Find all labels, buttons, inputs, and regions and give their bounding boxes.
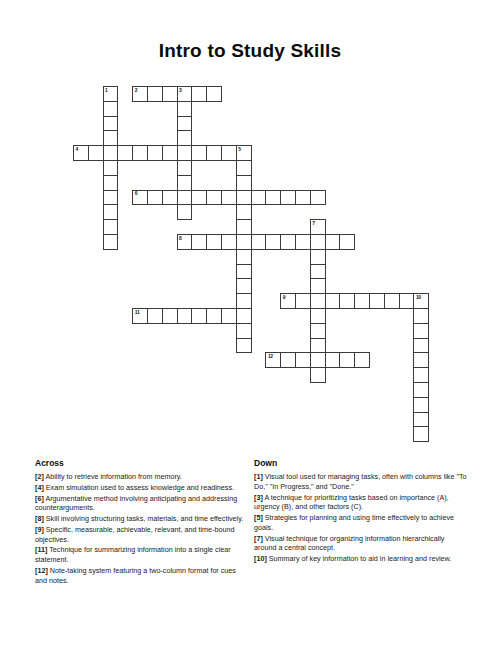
clue-text: Skill involving structuring tasks, mater… — [44, 514, 243, 523]
grid-cell-r14c23[interactable]: 10 — [413, 293, 429, 309]
clue-text: Exam simulation used to assess knowledge… — [44, 483, 234, 492]
grid-cell-r5c2[interactable] — [103, 160, 119, 176]
grid-cell-r0c2[interactable]: 1 — [103, 86, 119, 102]
grid-cell-r14c14[interactable]: 9 — [280, 293, 296, 309]
grid-cell-r4c5[interactable] — [147, 145, 163, 161]
grid-cell-r0c7[interactable]: 3 — [177, 86, 193, 102]
clue-number: [4] — [35, 483, 44, 492]
clue-number: [5] — [254, 513, 263, 522]
down-header: Down — [254, 458, 467, 468]
clue-item-down-5: [5] Strategies for planning and using ti… — [254, 513, 467, 533]
cell-number-5: 5 — [238, 147, 240, 152]
clue-item-down-1: [1] Visual tool used for managing tasks,… — [254, 472, 467, 492]
grid-cell-r9c2[interactable] — [103, 219, 119, 235]
clue-text: Note-taking system featuring a two-colum… — [35, 566, 236, 585]
puzzle-title: Intro to Study Skills — [0, 40, 500, 62]
grid-cell-r7c7[interactable] — [177, 190, 193, 206]
grid-cell-r5c11[interactable] — [236, 160, 252, 176]
clue-number: [11] — [35, 545, 47, 554]
grid-cell-r8c2[interactable] — [103, 204, 119, 220]
grid-cell-r16c11[interactable] — [236, 323, 252, 339]
cell-number-1: 1 — [105, 88, 107, 93]
grid-cell-r18c23[interactable] — [413, 352, 429, 368]
clue-item-down-3: [3] A technique for prioritizing tasks b… — [254, 493, 467, 513]
grid-cell-r11c11[interactable] — [236, 249, 252, 265]
grid-cell-r15c11[interactable] — [236, 308, 252, 324]
grid-cell-r7c10[interactable] — [221, 190, 237, 206]
clue-item-across-8: [8] Skill involving structuring tasks, m… — [35, 514, 248, 524]
grid-cell-r17c23[interactable] — [413, 338, 429, 354]
clue-item-across-9: [9] Specific, measurable, achievable, re… — [35, 525, 248, 545]
clue-number: [2] — [35, 472, 44, 481]
grid-cell-r4c10[interactable] — [221, 145, 237, 161]
grid-cell-r2c2[interactable] — [103, 116, 119, 132]
grid-cell-r10c7[interactable]: 8 — [177, 234, 193, 250]
grid-cell-r14c19[interactable] — [354, 293, 370, 309]
grid-cell-r4c1[interactable] — [88, 145, 104, 161]
grid-cell-r18c15[interactable] — [295, 352, 311, 368]
clue-number: [1] — [254, 472, 263, 481]
grid-cell-r0c8[interactable] — [191, 86, 207, 102]
clue-item-across-6: [6] Argumentative method involving antic… — [35, 494, 248, 514]
grid-cell-r11c16[interactable] — [310, 249, 326, 265]
clue-number: [10] — [254, 554, 267, 563]
grid-cell-r10c17[interactable] — [325, 234, 341, 250]
grid-cell-r14c15[interactable] — [295, 293, 311, 309]
grid-cell-r4c9[interactable] — [206, 145, 222, 161]
clue-number: [9] — [35, 525, 44, 534]
grid-cell-r10c11[interactable] — [236, 234, 252, 250]
grid-cell-r9c16[interactable]: 7 — [310, 219, 326, 235]
grid-cell-r7c13[interactable] — [265, 190, 281, 206]
grid-cell-r15c7[interactable] — [177, 308, 193, 324]
grid-cell-r10c10[interactable] — [221, 234, 237, 250]
clue-text: Argumentative method involving anticipat… — [35, 494, 237, 513]
clue-text: Visual technique for organizing informat… — [254, 534, 444, 553]
grid-cell-r14c11[interactable] — [236, 293, 252, 309]
grid-cell-r0c6[interactable] — [162, 86, 178, 102]
grid-cell-r9c11[interactable] — [236, 219, 252, 235]
cell-number-7: 7 — [312, 221, 314, 226]
grid-cell-r10c9[interactable] — [206, 234, 222, 250]
clue-item-across-2: [2] Ability to retrieve information from… — [35, 472, 248, 482]
grid-cell-r10c8[interactable] — [191, 234, 207, 250]
grid-cell-r0c5[interactable] — [147, 86, 163, 102]
across-header: Across — [35, 458, 248, 468]
grid-cell-r4c0[interactable]: 4 — [73, 145, 89, 161]
clue-item-down-10: [10] Summary of key information to aid i… — [254, 554, 467, 564]
grid-cell-r16c23[interactable] — [413, 323, 429, 339]
clue-text: Technique for summarizing information in… — [35, 545, 231, 564]
grid-cell-r13c11[interactable] — [236, 278, 252, 294]
grid-cell-r18c19[interactable] — [354, 352, 370, 368]
grid-cell-r8c7[interactable] — [177, 204, 193, 220]
grid-cell-r15c6[interactable] — [162, 308, 178, 324]
grid-cell-r14c17[interactable] — [325, 293, 341, 309]
cell-number-9: 9 — [283, 295, 285, 300]
clue-text: Visual tool used for managing tasks, oft… — [254, 472, 467, 491]
grid-cell-r6c7[interactable] — [177, 175, 193, 191]
clue-item-across-11: [11] Technique for summarizing informati… — [35, 545, 248, 565]
grid-cell-r18c17[interactable] — [325, 352, 341, 368]
grid-cell-r7c15[interactable] — [295, 190, 311, 206]
cell-number-3: 3 — [179, 88, 181, 93]
grid-cell-r7c8[interactable] — [191, 190, 207, 206]
grid-cell-r10c15[interactable] — [295, 234, 311, 250]
cell-number-8: 8 — [179, 236, 181, 241]
cell-number-12: 12 — [268, 354, 273, 359]
grid-cell-r7c2[interactable] — [103, 190, 119, 206]
clue-text: Specific, measurable, achievable, releva… — [35, 525, 234, 544]
clue-item-down-7: [7] Visual technique for organizing info… — [254, 534, 467, 554]
grid-cell-r7c6[interactable] — [162, 190, 178, 206]
cell-number-10: 10 — [416, 295, 421, 300]
grid-cell-r10c16[interactable] — [310, 234, 326, 250]
grid-cell-r14c22[interactable] — [399, 293, 415, 309]
grid-cell-r20c23[interactable] — [413, 382, 429, 398]
across-clue-list: [2] Ability to retrieve information from… — [35, 472, 248, 586]
grid-cell-r7c12[interactable] — [251, 190, 267, 206]
grid-cell-r4c7[interactable] — [177, 145, 193, 161]
clue-number: [8] — [35, 514, 44, 523]
grid-cell-r5c7[interactable] — [177, 160, 193, 176]
grid-cell-r7c11[interactable] — [236, 190, 252, 206]
grid-cell-r0c9[interactable] — [206, 86, 222, 102]
clue-item-across-12: [12] Note-taking system featuring a two-… — [35, 566, 248, 586]
grid-cell-r18c18[interactable] — [339, 352, 355, 368]
cell-number-6: 6 — [135, 191, 137, 196]
grid-cell-r14c18[interactable] — [339, 293, 355, 309]
grid-cell-r18c16[interactable] — [310, 352, 326, 368]
cell-number-4: 4 — [76, 147, 78, 152]
grid-cell-r8c11[interactable] — [236, 204, 252, 220]
down-clue-list: [1] Visual tool used for managing tasks,… — [254, 472, 467, 564]
grid-cell-r3c7[interactable] — [177, 130, 193, 146]
cell-number-11: 11 — [135, 310, 140, 315]
grid-cell-r7c5[interactable] — [147, 190, 163, 206]
clue-number: [3] — [254, 493, 263, 502]
clues-section: Across [2] Ability to retrieve informati… — [35, 458, 467, 587]
grid-cell-r6c2[interactable] — [103, 175, 119, 191]
grid-cell-r10c12[interactable] — [251, 234, 267, 250]
grid-cell-r14c16[interactable] — [310, 293, 326, 309]
grid-cell-r15c16[interactable] — [310, 308, 326, 324]
grid-cell-r4c3[interactable] — [117, 145, 133, 161]
crossword-page: Intro to Study Skills 123456789101112 Ac… — [0, 0, 500, 647]
clue-text: Summary of key information to aid in lea… — [267, 554, 452, 563]
grid-cell-r4c11[interactable]: 5 — [236, 145, 252, 161]
clue-text: A technique for prioritizing tasks based… — [254, 493, 449, 512]
clue-text: Ability to retrieve information from mem… — [44, 472, 182, 481]
grid-cell-r10c18[interactable] — [339, 234, 355, 250]
grid-cell-r23c23[interactable] — [413, 426, 429, 442]
grid-cell-r18c13[interactable]: 12 — [265, 352, 281, 368]
grid-cell-r3c2[interactable] — [103, 130, 119, 146]
grid-cell-r14c20[interactable] — [369, 293, 385, 309]
grid-cell-r10c13[interactable] — [265, 234, 281, 250]
clue-text: Strategies for planning and using time e… — [254, 513, 454, 532]
across-clues-column: Across [2] Ability to retrieve informati… — [35, 458, 248, 587]
grid-cell-r7c4[interactable]: 6 — [132, 190, 148, 206]
grid-cell-r21c23[interactable] — [413, 397, 429, 413]
grid-cell-r14c21[interactable] — [384, 293, 400, 309]
grid-cell-r4c2[interactable] — [103, 145, 119, 161]
grid-cell-r0c4[interactable]: 2 — [132, 86, 148, 102]
grid-cell-r19c23[interactable] — [413, 367, 429, 383]
grid-cell-r12c16[interactable] — [310, 264, 326, 280]
grid-cell-r7c16[interactable] — [310, 190, 326, 206]
grid-cell-r19c16[interactable] — [310, 367, 326, 383]
grid-cell-r6c11[interactable] — [236, 175, 252, 191]
grid-cell-r1c7[interactable] — [177, 101, 193, 117]
cell-number-2: 2 — [135, 88, 137, 93]
grid-cell-r15c5[interactable] — [147, 308, 163, 324]
clue-number: [7] — [254, 534, 263, 543]
grid-cell-r4c8[interactable] — [191, 145, 207, 161]
grid-cell-r10c14[interactable] — [280, 234, 296, 250]
grid-cell-r2c7[interactable] — [177, 116, 193, 132]
down-clues-column: Down [1] Visual tool used for managing t… — [254, 458, 467, 587]
grid-cell-r10c2[interactable] — [103, 234, 119, 250]
grid-cell-r17c11[interactable] — [236, 338, 252, 354]
grid-cell-r15c9[interactable] — [206, 308, 222, 324]
grid-cell-r15c8[interactable] — [191, 308, 207, 324]
grid-cell-r7c14[interactable] — [280, 190, 296, 206]
grid-cell-r15c23[interactable] — [413, 308, 429, 324]
clue-item-across-4: [4] Exam simulation used to assess knowl… — [35, 483, 248, 493]
grid-cell-r1c2[interactable] — [103, 101, 119, 117]
grid-cell-r7c9[interactable] — [206, 190, 222, 206]
grid-cell-r12c11[interactable] — [236, 264, 252, 280]
grid-cell-r4c4[interactable] — [132, 145, 148, 161]
grid-cell-r13c16[interactable] — [310, 278, 326, 294]
grid-cell-r16c16[interactable] — [310, 323, 326, 339]
grid-cell-r18c14[interactable] — [280, 352, 296, 368]
grid-cell-r15c4[interactable]: 11 — [132, 308, 148, 324]
clue-number: [12] — [35, 566, 48, 575]
clue-number: [6] — [35, 494, 44, 503]
grid-cell-r22c23[interactable] — [413, 412, 429, 428]
grid-cell-r15c10[interactable] — [221, 308, 237, 324]
crossword-grid: 123456789101112 — [73, 86, 433, 446]
grid-cell-r17c16[interactable] — [310, 338, 326, 354]
grid-cell-r4c6[interactable] — [162, 145, 178, 161]
